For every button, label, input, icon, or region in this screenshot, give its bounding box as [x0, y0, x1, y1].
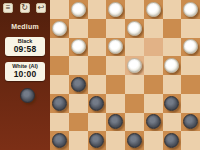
- restart-icon: ↻: [21, 4, 28, 12]
- board-square[interactable]: [125, 0, 144, 19]
- board-square[interactable]: [106, 19, 125, 38]
- board-square[interactable]: [50, 0, 69, 19]
- black-timer-time: 09:58: [5, 44, 45, 54]
- board-square[interactable]: [50, 113, 69, 132]
- board-square[interactable]: [69, 94, 88, 113]
- board-square[interactable]: [50, 19, 69, 38]
- board-square[interactable]: [88, 94, 107, 113]
- board-square[interactable]: [163, 0, 182, 19]
- checker-black[interactable]: [89, 133, 104, 148]
- board-square[interactable]: [144, 75, 163, 94]
- white-timer-time: 10:00: [5, 69, 45, 79]
- board-square[interactable]: [106, 38, 125, 57]
- checker-white[interactable]: [183, 39, 198, 54]
- board-square[interactable]: [181, 19, 200, 38]
- checker-white[interactable]: [108, 2, 123, 17]
- checker-white[interactable]: [164, 58, 179, 73]
- board-square[interactable]: [88, 131, 107, 150]
- black-timer-panel: Black 09:58: [5, 37, 45, 56]
- board-square[interactable]: [88, 19, 107, 38]
- board-square[interactable]: [106, 0, 125, 19]
- checker-black[interactable]: [52, 133, 67, 148]
- board-square[interactable]: [69, 131, 88, 150]
- checker-black[interactable]: [164, 96, 179, 111]
- board-square[interactable]: [163, 113, 182, 132]
- board-square[interactable]: [69, 38, 88, 57]
- board-square[interactable]: [69, 75, 88, 94]
- board-square[interactable]: [181, 38, 200, 57]
- board-square[interactable]: [106, 75, 125, 94]
- checker-black[interactable]: [52, 96, 67, 111]
- board-square[interactable]: [125, 113, 144, 132]
- board-square[interactable]: [69, 19, 88, 38]
- board-square[interactable]: [181, 113, 200, 132]
- board-square[interactable]: [88, 75, 107, 94]
- board-square[interactable]: [69, 56, 88, 75]
- board-square[interactable]: [125, 131, 144, 150]
- board-square[interactable]: [163, 75, 182, 94]
- checker-black[interactable]: [89, 96, 104, 111]
- checker-white[interactable]: [71, 39, 86, 54]
- board-square[interactable]: [144, 38, 163, 57]
- board-square[interactable]: [144, 19, 163, 38]
- menu-button[interactable]: ≡: [3, 3, 13, 13]
- toolbar: ≡ ↻ ↩: [0, 0, 50, 13]
- sidebar: ≡ ↻ ↩ Medium Black 09:58 White (AI) 10:0…: [0, 0, 50, 150]
- board-square[interactable]: [181, 0, 200, 19]
- undo-button[interactable]: ↩: [36, 3, 46, 13]
- board-square[interactable]: [181, 75, 200, 94]
- board-square[interactable]: [88, 38, 107, 57]
- difficulty-label: Medium: [0, 23, 50, 30]
- board-square[interactable]: [163, 38, 182, 57]
- checker-black[interactable]: [183, 114, 198, 129]
- checker-white[interactable]: [146, 2, 161, 17]
- board-square[interactable]: [106, 113, 125, 132]
- board-square[interactable]: [163, 56, 182, 75]
- board-square[interactable]: [144, 94, 163, 113]
- board-square[interactable]: [88, 56, 107, 75]
- checker-white[interactable]: [108, 39, 123, 54]
- board-square[interactable]: [125, 19, 144, 38]
- board-square[interactable]: [144, 0, 163, 19]
- board-square[interactable]: [88, 0, 107, 19]
- board-square[interactable]: [88, 113, 107, 132]
- board-square[interactable]: [181, 94, 200, 113]
- checker-black[interactable]: [164, 133, 179, 148]
- board-square[interactable]: [50, 75, 69, 94]
- board-square[interactable]: [144, 56, 163, 75]
- board-square[interactable]: [50, 94, 69, 113]
- checker-black[interactable]: [146, 114, 161, 129]
- checkers-app: ≡ ↻ ↩ Medium Black 09:58 White (AI) 10:0…: [0, 0, 200, 150]
- board-square[interactable]: [50, 38, 69, 57]
- checker-black[interactable]: [71, 77, 86, 92]
- menu-icon: ≡: [6, 4, 11, 12]
- board-square[interactable]: [125, 94, 144, 113]
- board: [50, 0, 200, 150]
- board-square[interactable]: [69, 113, 88, 132]
- undo-icon: ↩: [38, 4, 45, 12]
- board-square[interactable]: [144, 131, 163, 150]
- turn-indicator-black-piece: [20, 88, 35, 103]
- board-square[interactable]: [181, 131, 200, 150]
- board-square[interactable]: [125, 38, 144, 57]
- board-square[interactable]: [163, 19, 182, 38]
- board-square[interactable]: [163, 94, 182, 113]
- checker-white[interactable]: [183, 2, 198, 17]
- checker-white[interactable]: [71, 2, 86, 17]
- board-square[interactable]: [106, 94, 125, 113]
- checker-white[interactable]: [127, 21, 142, 36]
- white-timer-panel: White (AI) 10:00: [5, 62, 45, 81]
- board-square[interactable]: [181, 56, 200, 75]
- board-square[interactable]: [125, 56, 144, 75]
- checker-black[interactable]: [127, 133, 142, 148]
- checker-white[interactable]: [127, 58, 142, 73]
- checker-black[interactable]: [108, 114, 123, 129]
- board-square[interactable]: [163, 131, 182, 150]
- board-square[interactable]: [50, 131, 69, 150]
- board-square[interactable]: [69, 0, 88, 19]
- checker-white[interactable]: [52, 21, 67, 36]
- board-square[interactable]: [50, 56, 69, 75]
- board-square[interactable]: [125, 75, 144, 94]
- board-square[interactable]: [106, 56, 125, 75]
- restart-button[interactable]: ↻: [20, 3, 30, 13]
- board-square[interactable]: [144, 113, 163, 132]
- board-square[interactable]: [106, 131, 125, 150]
